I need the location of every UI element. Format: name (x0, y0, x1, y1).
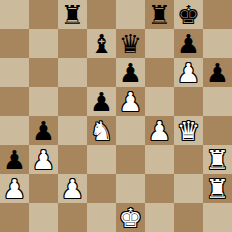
square-a6[interactable] (0, 58, 29, 87)
square-h7[interactable] (203, 29, 232, 58)
square-f1[interactable] (145, 203, 174, 232)
black-queen-icon[interactable]: ♛ (119, 31, 142, 57)
square-g5[interactable] (174, 87, 203, 116)
square-g7[interactable]: ♟ (174, 29, 203, 58)
square-d7[interactable]: ♝ (87, 29, 116, 58)
square-h5[interactable] (203, 87, 232, 116)
square-b6[interactable] (29, 58, 58, 87)
black-rook-icon[interactable]: ♜ (148, 2, 171, 28)
square-c5[interactable] (58, 87, 87, 116)
square-g1[interactable] (174, 203, 203, 232)
white-pawn-icon[interactable]: ♟ (177, 60, 200, 86)
square-a2[interactable]: ♟ (0, 174, 29, 203)
black-pawn-icon[interactable]: ♟ (206, 60, 229, 86)
square-a1[interactable] (0, 203, 29, 232)
square-g3[interactable] (174, 145, 203, 174)
chess-board: ♜♜♚♝♛♟♟♟♟♟♟♟♞♟♛♟♟♜♟♟♜♚ (0, 0, 232, 232)
square-g4[interactable]: ♛ (174, 116, 203, 145)
square-a8[interactable] (0, 0, 29, 29)
white-knight-icon[interactable]: ♞ (90, 118, 113, 144)
square-d8[interactable] (87, 0, 116, 29)
white-rook-icon[interactable]: ♜ (206, 176, 229, 202)
square-h1[interactable] (203, 203, 232, 232)
square-h2[interactable]: ♜ (203, 174, 232, 203)
square-h3[interactable]: ♜ (203, 145, 232, 174)
square-c2[interactable]: ♟ (58, 174, 87, 203)
square-d4[interactable]: ♞ (87, 116, 116, 145)
square-g6[interactable]: ♟ (174, 58, 203, 87)
black-pawn-icon[interactable]: ♟ (90, 89, 113, 115)
square-e4[interactable] (116, 116, 145, 145)
square-h8[interactable] (203, 0, 232, 29)
square-a5[interactable] (0, 87, 29, 116)
square-b8[interactable] (29, 0, 58, 29)
square-h4[interactable] (203, 116, 232, 145)
square-f5[interactable] (145, 87, 174, 116)
square-b5[interactable] (29, 87, 58, 116)
square-f2[interactable] (145, 174, 174, 203)
square-f4[interactable]: ♟ (145, 116, 174, 145)
white-pawn-icon[interactable]: ♟ (148, 118, 171, 144)
square-c3[interactable] (58, 145, 87, 174)
white-pawn-icon[interactable]: ♟ (32, 147, 55, 173)
square-b4[interactable]: ♟ (29, 116, 58, 145)
square-d6[interactable] (87, 58, 116, 87)
black-pawn-icon[interactable]: ♟ (32, 118, 55, 144)
black-pawn-icon[interactable]: ♟ (119, 60, 142, 86)
square-e8[interactable] (116, 0, 145, 29)
white-queen-icon[interactable]: ♛ (177, 118, 200, 144)
white-pawn-icon[interactable]: ♟ (119, 89, 142, 115)
square-c8[interactable]: ♜ (58, 0, 87, 29)
black-pawn-icon[interactable]: ♟ (177, 31, 200, 57)
square-c6[interactable] (58, 58, 87, 87)
square-e6[interactable]: ♟ (116, 58, 145, 87)
square-f3[interactable] (145, 145, 174, 174)
square-g8[interactable]: ♚ (174, 0, 203, 29)
square-e5[interactable]: ♟ (116, 87, 145, 116)
white-king-icon[interactable]: ♚ (119, 205, 142, 231)
white-rook-icon[interactable]: ♜ (206, 147, 229, 173)
square-e3[interactable] (116, 145, 145, 174)
square-c4[interactable] (58, 116, 87, 145)
square-c1[interactable] (58, 203, 87, 232)
square-b7[interactable] (29, 29, 58, 58)
square-f7[interactable] (145, 29, 174, 58)
square-c7[interactable] (58, 29, 87, 58)
square-e1[interactable]: ♚ (116, 203, 145, 232)
square-a4[interactable] (0, 116, 29, 145)
square-d5[interactable]: ♟ (87, 87, 116, 116)
black-pawn-icon[interactable]: ♟ (3, 147, 26, 173)
black-rook-icon[interactable]: ♜ (61, 2, 84, 28)
square-f6[interactable] (145, 58, 174, 87)
square-a7[interactable] (0, 29, 29, 58)
square-d1[interactable] (87, 203, 116, 232)
square-e2[interactable] (116, 174, 145, 203)
square-d3[interactable] (87, 145, 116, 174)
square-d2[interactable] (87, 174, 116, 203)
white-pawn-icon[interactable]: ♟ (61, 176, 84, 202)
square-b1[interactable] (29, 203, 58, 232)
square-f8[interactable]: ♜ (145, 0, 174, 29)
black-king-icon[interactable]: ♚ (177, 2, 200, 28)
square-b3[interactable]: ♟ (29, 145, 58, 174)
square-e7[interactable]: ♛ (116, 29, 145, 58)
black-bishop-icon[interactable]: ♝ (90, 31, 113, 57)
white-pawn-icon[interactable]: ♟ (3, 176, 26, 202)
square-b2[interactable] (29, 174, 58, 203)
square-h6[interactable]: ♟ (203, 58, 232, 87)
square-g2[interactable] (174, 174, 203, 203)
square-a3[interactable]: ♟ (0, 145, 29, 174)
